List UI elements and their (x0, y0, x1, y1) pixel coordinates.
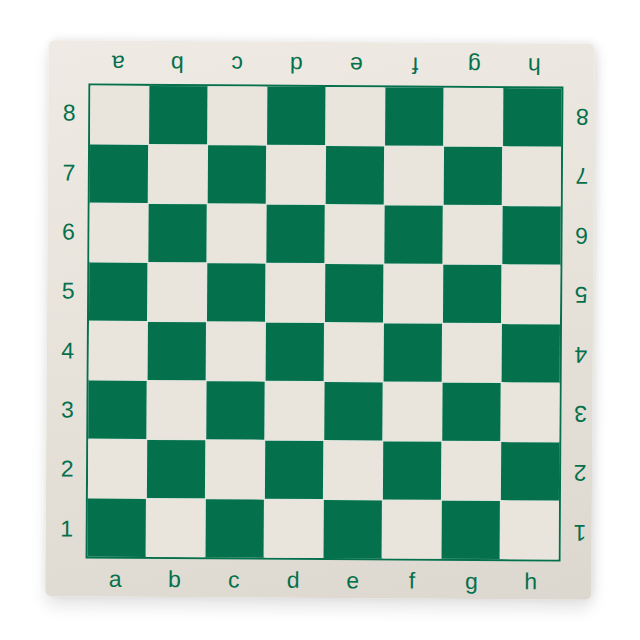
file-bottom-label-e: e (323, 565, 383, 595)
square-e8[interactable] (326, 87, 384, 145)
product-photo-stage: abcdefgh 87654321 87654321 abcdefgh (0, 0, 640, 640)
square-a4[interactable] (89, 322, 147, 380)
square-d5[interactable] (266, 264, 324, 322)
square-h3[interactable] (501, 383, 559, 441)
rank-right-label-1: 1 (563, 502, 597, 562)
square-h5[interactable] (502, 265, 560, 323)
square-d4[interactable] (266, 323, 324, 381)
square-d3[interactable] (265, 382, 323, 440)
file-bottom-label-f: f (382, 565, 442, 595)
square-c1[interactable] (206, 499, 264, 557)
square-g7[interactable] (444, 147, 502, 205)
square-e5[interactable] (325, 264, 383, 322)
square-f1[interactable] (383, 500, 441, 558)
square-d2[interactable] (265, 441, 323, 499)
rank-right-label-2: 2 (563, 443, 597, 503)
file-labels-top: abcdefgh (88, 49, 563, 82)
square-c5[interactable] (207, 263, 265, 321)
square-b4[interactable] (148, 322, 206, 380)
file-bottom-label-g: g (442, 566, 502, 596)
square-a7[interactable] (90, 145, 148, 203)
vinyl-chess-mat: abcdefgh 87654321 87654321 abcdefgh (45, 40, 594, 599)
file-top-label-e: e (326, 50, 386, 80)
rank-right-label-6: 6 (564, 205, 598, 265)
square-d1[interactable] (265, 500, 323, 558)
square-h6[interactable] (502, 206, 560, 264)
square-g8[interactable] (444, 88, 502, 146)
square-g3[interactable] (442, 383, 500, 441)
square-a3[interactable] (88, 381, 146, 439)
square-h2[interactable] (501, 442, 559, 500)
rank-left-label-5: 5 (51, 261, 85, 321)
rank-left-label-3: 3 (50, 380, 84, 440)
file-top-label-c: c (207, 49, 267, 79)
square-c4[interactable] (207, 322, 265, 380)
rank-right-label-3: 3 (563, 383, 597, 443)
file-top-label-b: b (148, 49, 208, 79)
file-bottom-label-c: c (204, 564, 264, 594)
square-c6[interactable] (207, 204, 265, 262)
square-c3[interactable] (206, 381, 264, 439)
square-g5[interactable] (443, 265, 501, 323)
square-g4[interactable] (443, 324, 501, 382)
square-h7[interactable] (503, 147, 561, 205)
square-a6[interactable] (89, 204, 147, 262)
square-b1[interactable] (147, 499, 205, 557)
square-d7[interactable] (267, 146, 325, 204)
file-bottom-label-a: a (85, 564, 145, 594)
square-b8[interactable] (149, 86, 207, 144)
square-d8[interactable] (267, 87, 325, 145)
square-b2[interactable] (147, 440, 205, 498)
square-e6[interactable] (325, 205, 383, 263)
file-labels-bottom: abcdefgh (85, 564, 560, 597)
square-a5[interactable] (89, 263, 147, 321)
square-d6[interactable] (266, 205, 324, 263)
file-top-label-a: a (88, 49, 148, 79)
square-g6[interactable] (443, 206, 501, 264)
square-h8[interactable] (503, 88, 561, 146)
square-f5[interactable] (384, 264, 442, 322)
square-c2[interactable] (206, 440, 264, 498)
square-a2[interactable] (88, 440, 146, 498)
square-e1[interactable] (324, 500, 382, 558)
rank-left-label-7: 7 (52, 143, 86, 203)
square-e4[interactable] (325, 323, 383, 381)
square-g1[interactable] (442, 501, 500, 559)
square-a8[interactable] (90, 86, 148, 144)
square-a1[interactable] (88, 499, 146, 557)
square-b7[interactable] (149, 145, 207, 203)
rank-right-label-5: 5 (564, 265, 598, 325)
rank-left-label-4: 4 (51, 321, 85, 381)
file-bottom-label-h: h (501, 566, 561, 596)
square-f3[interactable] (383, 382, 441, 440)
rank-left-label-8: 8 (52, 83, 86, 143)
square-b5[interactable] (148, 263, 206, 321)
file-top-label-f: f (385, 50, 445, 80)
rank-labels-right: 87654321 (563, 86, 600, 561)
rank-labels-left: 87654321 (50, 83, 87, 558)
square-b3[interactable] (147, 381, 205, 439)
square-f7[interactable] (385, 146, 443, 204)
file-top-label-d: d (267, 50, 327, 80)
file-top-label-g: g (445, 51, 505, 81)
square-c7[interactable] (208, 145, 266, 203)
rank-right-label-7: 7 (565, 146, 599, 206)
rank-left-label-2: 2 (50, 440, 84, 500)
file-bottom-label-b: b (145, 564, 205, 594)
square-h4[interactable] (502, 324, 560, 382)
square-e2[interactable] (324, 441, 382, 499)
rank-right-label-4: 4 (564, 324, 598, 384)
square-g2[interactable] (442, 442, 500, 500)
file-bottom-label-d: d (263, 565, 323, 595)
rank-left-label-1: 1 (50, 499, 84, 559)
square-f8[interactable] (385, 87, 443, 145)
chess-board (86, 84, 564, 562)
rank-left-label-6: 6 (51, 202, 85, 262)
square-f4[interactable] (384, 323, 442, 381)
square-e7[interactable] (326, 146, 384, 204)
square-f6[interactable] (384, 205, 442, 263)
square-e3[interactable] (324, 382, 382, 440)
square-c8[interactable] (208, 86, 266, 144)
square-h1[interactable] (501, 501, 559, 559)
square-b6[interactable] (148, 204, 206, 262)
file-top-label-h: h (504, 51, 564, 81)
square-f2[interactable] (383, 441, 441, 499)
rank-right-label-8: 8 (565, 86, 599, 146)
